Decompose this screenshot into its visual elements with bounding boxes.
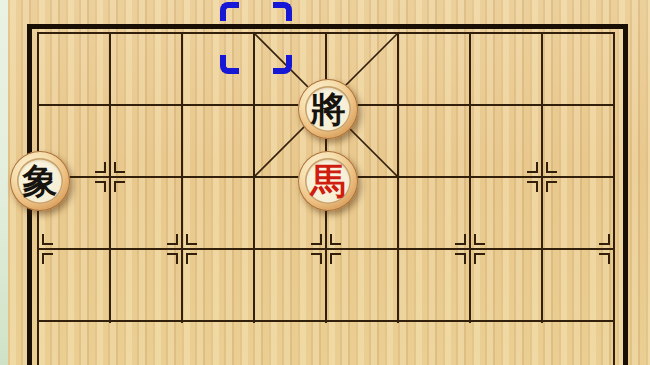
position-marker-b8 <box>114 162 125 173</box>
position-marker-h8 <box>546 181 557 192</box>
position-marker-g7 <box>455 234 466 245</box>
position-marker-c7 <box>167 234 178 245</box>
position-marker-c7 <box>186 253 197 264</box>
piece-glyph-red-horse: 馬 <box>311 163 346 198</box>
position-marker-e7 <box>311 253 322 264</box>
position-marker-e7 <box>330 253 341 264</box>
position-marker-g7 <box>455 253 466 264</box>
position-marker-b8 <box>95 162 106 173</box>
position-marker-b8 <box>114 181 125 192</box>
piece-glyph-black-general: 將 <box>311 91 346 126</box>
piece-black-general[interactable]: 將 <box>298 79 358 139</box>
position-marker-c7 <box>186 234 197 245</box>
piece-face: 象 <box>17 158 63 204</box>
position-marker-a7 <box>42 253 53 264</box>
selection-marker-corner-d10 <box>273 55 292 74</box>
position-marker-g7 <box>474 253 485 264</box>
position-marker-b8 <box>95 181 106 192</box>
xiangqi-board[interactable]: 將馬象 <box>0 0 650 365</box>
selection-marker-corner-d10 <box>220 55 239 74</box>
position-marker-a7 <box>42 234 53 245</box>
position-marker-e7 <box>311 234 322 245</box>
piece-face: 將 <box>305 86 351 132</box>
selection-marker-corner-d10 <box>273 2 292 21</box>
piece-black-elephant[interactable]: 象 <box>10 151 70 211</box>
position-marker-e7 <box>330 234 341 245</box>
piece-face: 馬 <box>305 158 351 204</box>
position-marker-h8 <box>527 162 538 173</box>
position-marker-h8 <box>527 181 538 192</box>
position-marker-i7 <box>599 234 610 245</box>
position-marker-i7 <box>599 253 610 264</box>
selection-marker-corner-d10 <box>220 2 239 21</box>
position-marker-g7 <box>474 234 485 245</box>
position-marker-c7 <box>167 253 178 264</box>
piece-red-horse[interactable]: 馬 <box>298 151 358 211</box>
piece-glyph-black-elephant: 象 <box>23 163 58 198</box>
screen-left-edge-strip <box>0 0 8 365</box>
position-marker-h8 <box>546 162 557 173</box>
